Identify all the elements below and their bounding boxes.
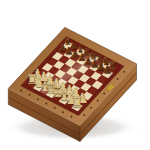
piece-white-rook-h1[interactable]: ♜ <box>71 95 84 110</box>
pieces-layer: ♜♞♝♛♚♝♞♜♟♟♟♟♟♟♟♟♟♟♟♟♟♟♟♟♜♞♝♛♚♝♞♜ <box>0 0 150 150</box>
chess-set-photo: ♜♞♝♛♚♝♞♜♟♟♟♟♟♟♟♟♟♟♟♟♟♟♟♟♜♞♝♛♚♝♞♜ <box>0 0 150 150</box>
piece-black-pawn-h7[interactable]: ♟ <box>103 65 113 76</box>
